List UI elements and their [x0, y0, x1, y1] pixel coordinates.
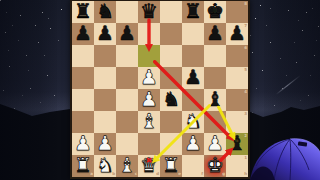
square-a1[interactable]: a	[72, 155, 94, 177]
square-b4[interactable]	[94, 89, 116, 111]
square-e2[interactable]	[160, 133, 182, 155]
square-d2[interactable]	[138, 133, 160, 155]
file-label-b: b	[112, 172, 115, 176]
file-label-g: g	[222, 172, 225, 176]
square-b5[interactable]	[94, 67, 116, 89]
square-d5[interactable]	[138, 67, 160, 89]
square-g3[interactable]	[204, 111, 226, 133]
square-a4[interactable]	[72, 89, 94, 111]
square-b1[interactable]: b	[94, 155, 116, 177]
board-squares: 8765432abcdefg1h	[72, 1, 248, 177]
file-label-e: e	[178, 172, 181, 176]
square-c7[interactable]	[116, 23, 138, 45]
square-f7[interactable]	[182, 23, 204, 45]
file-label-c: c	[135, 172, 137, 176]
square-d1[interactable]: d	[138, 155, 160, 177]
square-c8[interactable]	[116, 1, 138, 23]
square-f4[interactable]	[182, 89, 204, 111]
square-c1[interactable]: c	[116, 155, 138, 177]
rank-label-6: 6	[244, 46, 247, 50]
file-label-h: h	[244, 172, 247, 176]
square-f8[interactable]	[182, 1, 204, 23]
square-g4[interactable]	[204, 89, 226, 111]
square-h3[interactable]: 3	[226, 111, 248, 133]
square-c4[interactable]	[116, 89, 138, 111]
square-g1[interactable]: g	[204, 155, 226, 177]
square-e1[interactable]: e	[160, 155, 182, 177]
square-e4[interactable]	[160, 89, 182, 111]
square-c5[interactable]	[116, 67, 138, 89]
rank-label-5: 5	[244, 68, 247, 72]
square-d4[interactable]	[138, 89, 160, 111]
square-e3[interactable]	[160, 111, 182, 133]
square-c3[interactable]	[116, 111, 138, 133]
square-f1[interactable]: f	[182, 155, 204, 177]
square-h7[interactable]: 7	[226, 23, 248, 45]
square-a2[interactable]	[72, 133, 94, 155]
file-label-d: d	[156, 172, 159, 176]
square-f5[interactable]	[182, 67, 204, 89]
square-d3[interactable]	[138, 111, 160, 133]
left-vignette	[0, 0, 57, 180]
square-b6[interactable]	[94, 45, 116, 67]
file-label-a: a	[90, 172, 93, 176]
square-d7[interactable]	[138, 23, 160, 45]
square-e6[interactable]	[160, 45, 182, 67]
square-d8[interactable]	[138, 1, 160, 23]
square-a7[interactable]	[72, 23, 94, 45]
square-f6[interactable]	[182, 45, 204, 67]
chess-board: 8765432abcdefg1h ♜♞♛♜♚♟♟♟♟♟♟♟♟♞♝♝♞♟♟♟♟♝♜…	[70, 0, 250, 179]
rank-label-2: 2	[244, 134, 247, 138]
video-frame: 8765432abcdefg1h ♜♞♛♜♚♟♟♟♟♟♟♟♟♞♝♝♞♟♟♟♟♝♜…	[0, 0, 320, 180]
square-e5[interactable]	[160, 67, 182, 89]
square-a3[interactable]	[72, 111, 94, 133]
square-e8[interactable]	[160, 1, 182, 23]
rank-label-3: 3	[244, 112, 247, 116]
square-g7[interactable]	[204, 23, 226, 45]
square-b2[interactable]	[94, 133, 116, 155]
square-h4[interactable]: 4	[226, 89, 248, 111]
square-b7[interactable]	[94, 23, 116, 45]
square-a8[interactable]	[72, 1, 94, 23]
square-g8[interactable]	[204, 1, 226, 23]
square-c6[interactable]	[116, 45, 138, 67]
rank-label-7: 7	[244, 24, 247, 28]
square-b3[interactable]	[94, 111, 116, 133]
square-f2[interactable]	[182, 133, 204, 155]
square-h2[interactable]: 2	[226, 133, 248, 155]
rank-label-8: 8	[244, 2, 247, 6]
square-b8[interactable]	[94, 1, 116, 23]
square-g2[interactable]	[204, 133, 226, 155]
square-h1[interactable]: 1h	[226, 155, 248, 177]
square-g5[interactable]	[204, 67, 226, 89]
square-g6[interactable]	[204, 45, 226, 67]
square-a6[interactable]	[72, 45, 94, 67]
square-d6[interactable]	[138, 45, 160, 67]
square-f3[interactable]	[182, 111, 204, 133]
square-a5[interactable]	[72, 67, 94, 89]
rank-label-1: 1	[244, 156, 247, 160]
camping-tent	[250, 132, 320, 180]
file-label-f: f	[201, 172, 203, 176]
square-h6[interactable]: 6	[226, 45, 248, 67]
square-c2[interactable]	[116, 133, 138, 155]
square-e7[interactable]	[160, 23, 182, 45]
square-h5[interactable]: 5	[226, 67, 248, 89]
rank-label-4: 4	[244, 90, 247, 94]
square-h8[interactable]: 8	[226, 1, 248, 23]
